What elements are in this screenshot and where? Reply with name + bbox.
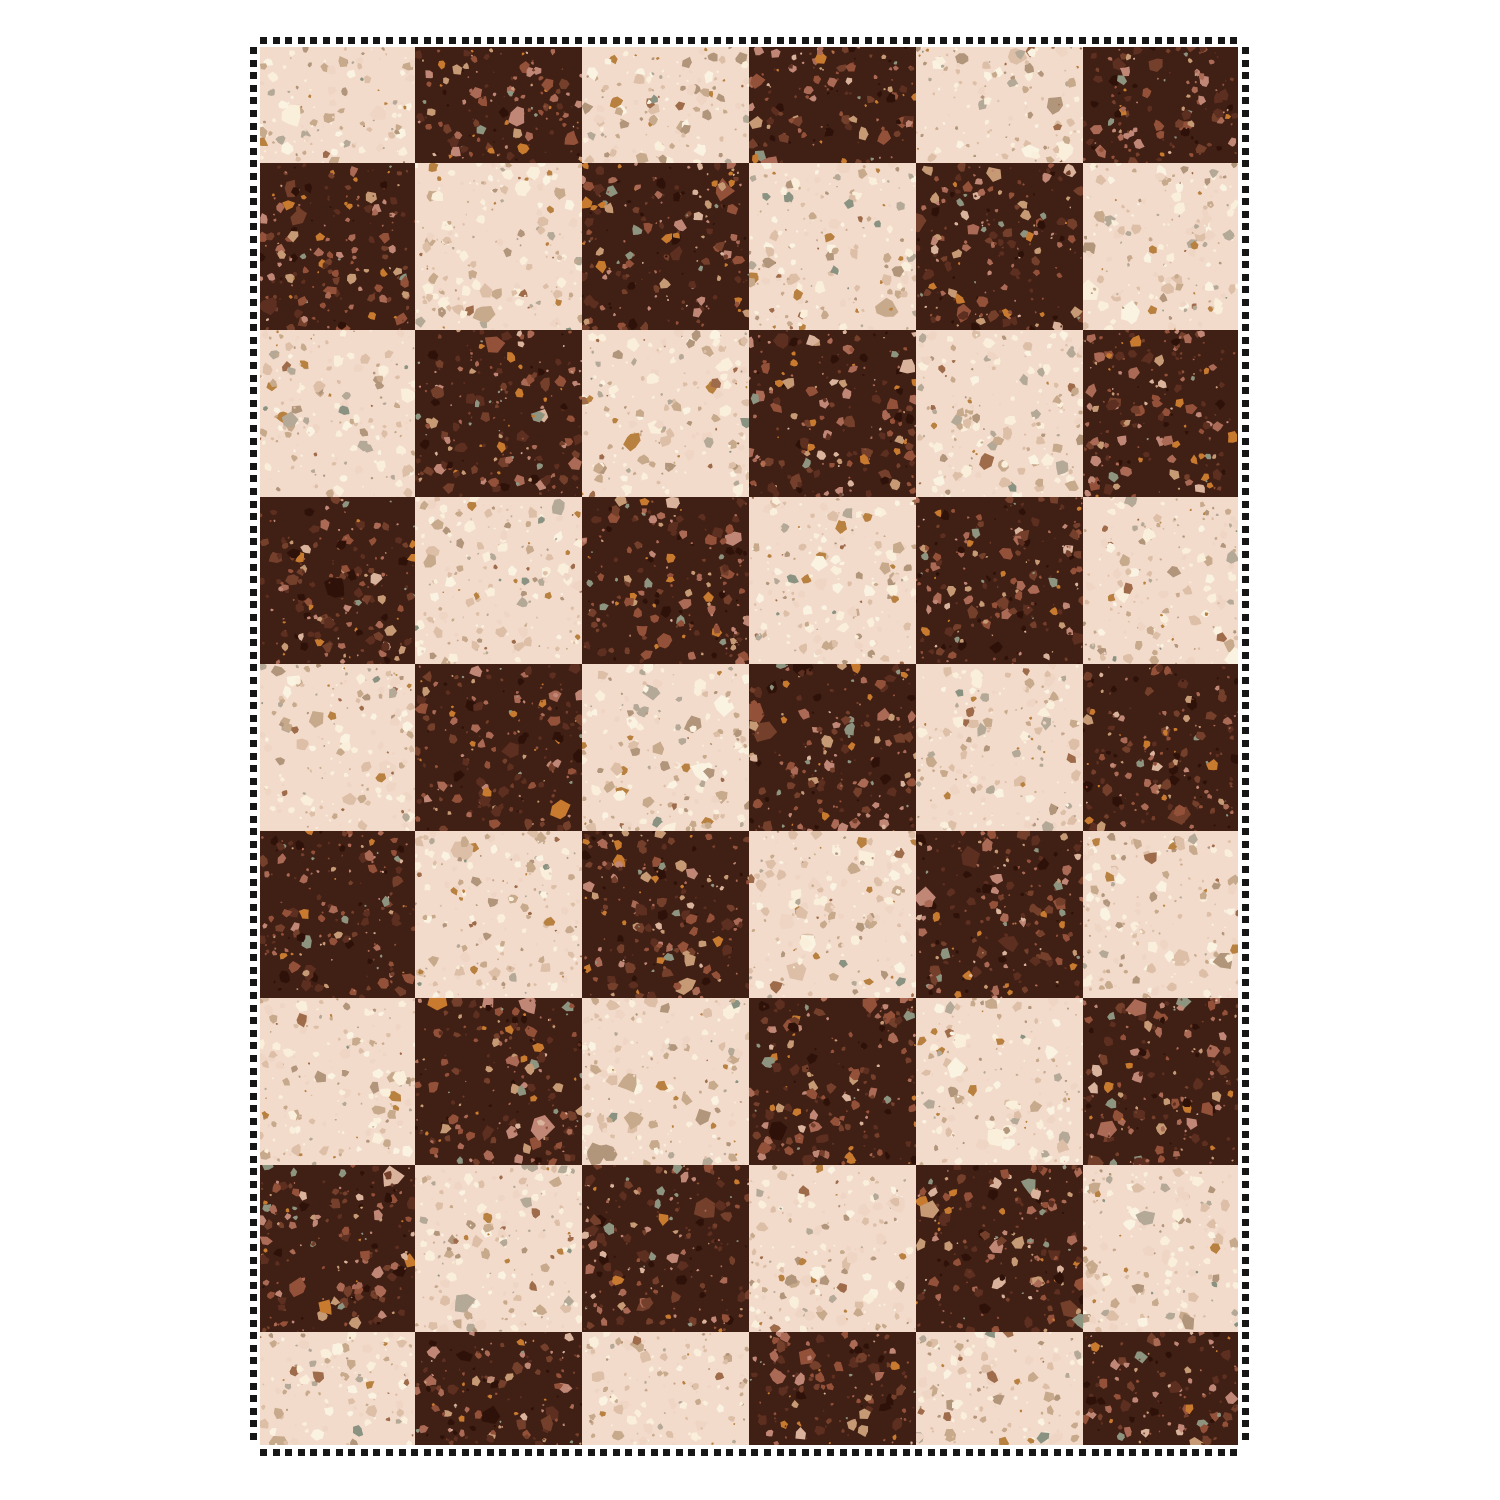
- board-square: [1083, 1332, 1238, 1445]
- board-square: [582, 998, 749, 1165]
- board-square: [415, 163, 582, 330]
- board-square: [749, 497, 916, 664]
- board-square: [582, 330, 749, 497]
- board-square: [260, 998, 415, 1165]
- board-square: [582, 163, 749, 330]
- board-square: [415, 330, 582, 497]
- board-square: [582, 1165, 749, 1332]
- board-square: [1083, 330, 1238, 497]
- board-square: [1083, 1165, 1238, 1332]
- board-square: [916, 831, 1083, 998]
- binding-dashes-top: [260, 37, 1238, 44]
- board-square: [749, 330, 916, 497]
- board-square: [260, 497, 415, 664]
- board-square: [582, 1332, 749, 1445]
- board-square: [1083, 831, 1238, 998]
- board-square: [916, 163, 1083, 330]
- board-square: [415, 831, 582, 998]
- board-square: [415, 998, 582, 1165]
- checkerboard: [260, 47, 1238, 1445]
- terrazzo-checkerboard-rug: [246, 33, 1252, 1459]
- board-square: [749, 998, 916, 1165]
- board-square: [916, 1165, 1083, 1332]
- board-square: [749, 163, 916, 330]
- binding-dashes-left: [250, 47, 257, 1445]
- board-square: [260, 163, 415, 330]
- binding-dashes-bottom: [260, 1449, 1238, 1456]
- board-square: [260, 1332, 415, 1445]
- board-square: [916, 998, 1083, 1165]
- board-square: [260, 1165, 415, 1332]
- board-square: [749, 664, 916, 831]
- board-square: [916, 497, 1083, 664]
- board-square: [749, 47, 916, 163]
- board-square: [1083, 998, 1238, 1165]
- board-square: [415, 664, 582, 831]
- board-square: [582, 497, 749, 664]
- board-square: [260, 664, 415, 831]
- board-square: [916, 664, 1083, 831]
- board-square: [749, 1332, 916, 1445]
- board-square: [582, 831, 749, 998]
- board-square: [1083, 163, 1238, 330]
- board-square: [582, 47, 749, 163]
- board-square: [916, 330, 1083, 497]
- board-square: [415, 47, 582, 163]
- board-square: [749, 1165, 916, 1332]
- board-square: [582, 664, 749, 831]
- board-square: [1083, 47, 1238, 163]
- board-square: [749, 831, 916, 998]
- board-square: [415, 497, 582, 664]
- board-square: [415, 1332, 582, 1445]
- board-square: [415, 1165, 582, 1332]
- board-square: [1083, 664, 1238, 831]
- board-square: [1083, 497, 1238, 664]
- binding-dashes-right: [1242, 47, 1249, 1445]
- board-square: [260, 831, 415, 998]
- board-square: [260, 330, 415, 497]
- board-square: [916, 1332, 1083, 1445]
- board-square: [260, 47, 415, 163]
- board-square: [916, 47, 1083, 163]
